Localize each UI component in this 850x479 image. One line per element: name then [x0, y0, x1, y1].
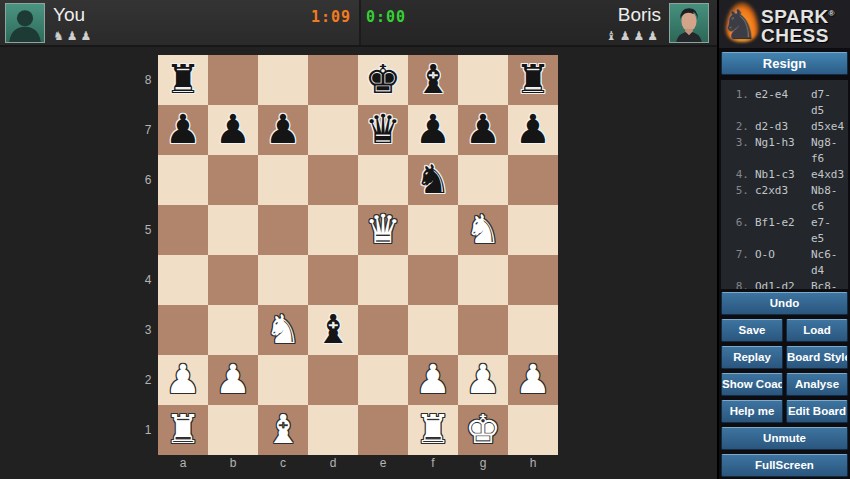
square-f4[interactable] — [408, 255, 458, 305]
square-h6[interactable] — [508, 155, 558, 205]
square-g1[interactable]: ♚ — [458, 405, 508, 455]
replay-button[interactable]: Replay — [721, 346, 783, 369]
square-d5[interactable] — [308, 205, 358, 255]
square-g5[interactable]: ♞ — [458, 205, 508, 255]
square-g2[interactable]: ♟ — [458, 355, 508, 405]
white-move: d2-d3 — [755, 119, 811, 135]
move-row-5: 5.c2xd3Nb8-c6 — [723, 183, 844, 215]
move-list[interactable]: 1.e2-e4d7-d52.d2-d3d5xe43.Ng1-h3Ng8-f64.… — [721, 80, 848, 289]
black-knight: ♞ — [408, 155, 458, 205]
black-player-panel: 0:00 Boris ♝♟♟♟ — [361, 0, 717, 45]
white-move: O-O — [755, 247, 811, 279]
black-bishop: ♝ — [308, 305, 358, 355]
move-number: 2. — [723, 119, 749, 135]
white-move: Qd1-d2 — [755, 279, 811, 289]
action-buttons: UndoSaveLoadReplayBoard StyleShow CoachA… — [719, 292, 850, 479]
black-move: Nc6-d4 — [811, 247, 844, 279]
board[interactable]: ♜♚♝♜♟♟♟♛♟♟♟♞♛♞♞♝♟♟♟♟♟♜♝♜♚ — [158, 55, 558, 455]
white-move: Ng1-h3 — [755, 135, 811, 167]
square-f2[interactable]: ♟ — [408, 355, 458, 405]
white-captured-pieces: ♞♟♟ — [53, 28, 94, 44]
save-button[interactable]: Save — [721, 319, 783, 342]
black-pawn: ♟ — [458, 105, 508, 155]
file-label-b: b — [208, 455, 258, 472]
black-player-name: Boris — [618, 3, 661, 27]
move-number: 7. — [723, 247, 749, 279]
white-knight: ♞ — [458, 205, 508, 255]
square-c5[interactable] — [258, 205, 308, 255]
rank-label-6: 6 — [138, 155, 158, 205]
file-label-f: f — [408, 455, 458, 472]
show-coach-button[interactable]: Show Coach — [721, 373, 783, 396]
rank-label-2: 2 — [138, 355, 158, 405]
rank-label-4: 4 — [138, 255, 158, 305]
file-label-g: g — [458, 455, 508, 472]
analyse-button[interactable]: Analyse — [786, 373, 848, 396]
square-f8[interactable]: ♝ — [408, 55, 458, 105]
square-c7[interactable]: ♟ — [258, 105, 308, 155]
black-pawn: ♟ — [258, 105, 308, 155]
board-style-button[interactable]: Board Style — [786, 346, 848, 369]
move-row-1: 1.e2-e4d7-d5 — [723, 87, 844, 119]
move-row-6: 6.Bf1-e2e7-e5 — [723, 215, 844, 247]
rank-labels: 87654321 — [138, 55, 158, 455]
black-player-avatar — [669, 3, 709, 43]
square-b5[interactable] — [208, 205, 258, 255]
black-move: d7-d5 — [811, 87, 844, 119]
rank-label-7: 7 — [138, 105, 158, 155]
square-e5[interactable]: ♛ — [358, 205, 408, 255]
square-d6[interactable] — [308, 155, 358, 205]
square-h5[interactable] — [508, 205, 558, 255]
black-rook: ♜ — [158, 55, 208, 105]
edit-board-button[interactable]: Edit Board — [786, 400, 848, 423]
white-player-avatar — [5, 3, 45, 43]
square-e8[interactable]: ♚ — [358, 55, 408, 105]
rank-label-3: 3 — [138, 305, 158, 355]
square-d7[interactable] — [308, 105, 358, 155]
main-area: You ♞♟♟ 1:09 0:00 Boris ♝♟♟♟ — [0, 0, 717, 479]
square-a2[interactable]: ♟ — [158, 355, 208, 405]
square-a4[interactable] — [158, 255, 208, 305]
white-pawn: ♟ — [458, 355, 508, 405]
boris-portrait-icon — [670, 4, 708, 42]
square-h2[interactable]: ♟ — [508, 355, 558, 405]
square-a1[interactable]: ♜ — [158, 405, 208, 455]
white-player-name: You — [53, 3, 94, 27]
square-f3[interactable] — [408, 305, 458, 355]
square-b8[interactable] — [208, 55, 258, 105]
unmute-button[interactable]: Unmute — [721, 427, 848, 450]
white-player-panel: You ♞♟♟ 1:09 — [0, 0, 361, 45]
square-b7[interactable]: ♟ — [208, 105, 258, 155]
square-g6[interactable] — [458, 155, 508, 205]
white-move: e2-e4 — [755, 87, 811, 119]
white-king: ♚ — [458, 405, 508, 455]
white-move: Bf1-e2 — [755, 215, 811, 247]
square-e2[interactable] — [358, 355, 408, 405]
black-rook: ♜ — [508, 55, 558, 105]
square-a3[interactable] — [158, 305, 208, 355]
square-d1[interactable] — [308, 405, 358, 455]
file-label-c: c — [258, 455, 308, 472]
help-me-button[interactable]: Help me — [721, 400, 783, 423]
square-f1[interactable]: ♜ — [408, 405, 458, 455]
square-h4[interactable] — [508, 255, 558, 305]
square-b2[interactable]: ♟ — [208, 355, 258, 405]
move-row-4: 4.Nb1-c3e4xd3 — [723, 167, 844, 183]
move-number: 3. — [723, 135, 749, 167]
square-e6[interactable] — [358, 155, 408, 205]
square-c6[interactable] — [258, 155, 308, 205]
square-d8[interactable] — [308, 55, 358, 105]
black-king: ♚ — [358, 55, 408, 105]
logo-text: SPARK® CHESS — [761, 4, 835, 45]
file-label-a: a — [158, 455, 208, 472]
square-g7[interactable]: ♟ — [458, 105, 508, 155]
white-pawn: ♟ — [408, 355, 458, 405]
file-label-e: e — [358, 455, 408, 472]
black-player-info: Boris ♝♟♟♟ — [606, 3, 661, 44]
square-c8[interactable] — [258, 55, 308, 105]
square-d2[interactable] — [308, 355, 358, 405]
black-pawn: ♟ — [508, 105, 558, 155]
square-c2[interactable] — [258, 355, 308, 405]
logo-line2: CHESS — [761, 25, 829, 46]
square-e7[interactable]: ♛ — [358, 105, 408, 155]
square-g3[interactable] — [458, 305, 508, 355]
resign-button[interactable]: Resign — [721, 52, 848, 75]
square-b4[interactable] — [208, 255, 258, 305]
square-b1[interactable] — [208, 405, 258, 455]
white-move: Nb1-c3 — [755, 167, 811, 183]
square-f7[interactable]: ♟ — [408, 105, 458, 155]
square-a7[interactable]: ♟ — [158, 105, 208, 155]
load-button[interactable]: Load — [786, 319, 848, 342]
move-number: 4. — [723, 167, 749, 183]
square-a8[interactable]: ♜ — [158, 55, 208, 105]
black-pawn: ♟ — [408, 105, 458, 155]
rank-label-8: 8 — [138, 55, 158, 105]
white-move: c2xd3 — [755, 183, 811, 215]
player-bar: You ♞♟♟ 1:09 0:00 Boris ♝♟♟♟ — [0, 0, 717, 47]
knight-logo-icon: ♞ — [721, 1, 757, 47]
black-clock: 0:00 — [366, 8, 406, 26]
black-captured-pieces: ♝♟♟♟ — [606, 28, 661, 44]
move-number: 8. — [723, 279, 749, 289]
move-row-8: 8.Qd1-d2Bc8-f5 — [723, 279, 844, 289]
sparkchess-app: You ♞♟♟ 1:09 0:00 Boris ♝♟♟♟ — [0, 0, 850, 479]
square-g8[interactable] — [458, 55, 508, 105]
sidebar: ♞ SPARK® CHESS Resign 1.e2-e4d7-d52.d2-d… — [717, 0, 850, 479]
move-row-3: 3.Ng1-h3Ng8-f6 — [723, 135, 844, 167]
square-c4[interactable] — [258, 255, 308, 305]
white-rook: ♜ — [158, 405, 208, 455]
fullscreen-button[interactable]: FullScreen — [721, 454, 848, 477]
registered-mark: ® — [829, 9, 835, 18]
square-f5[interactable] — [408, 205, 458, 255]
white-clock: 1:09 — [311, 8, 351, 26]
file-labels: abcdefgh — [158, 455, 558, 472]
person-silhouette-icon — [6, 4, 44, 42]
square-h3[interactable] — [508, 305, 558, 355]
square-b6[interactable] — [208, 155, 258, 205]
black-move: e7-e5 — [811, 215, 844, 247]
move-number: 6. — [723, 215, 749, 247]
white-player-info: You ♞♟♟ — [53, 3, 94, 44]
move-row-2: 2.d2-d3d5xe4 — [723, 119, 844, 135]
move-number: 5. — [723, 183, 749, 215]
move-number: 1. — [723, 87, 749, 119]
white-knight: ♞ — [258, 305, 308, 355]
square-e3[interactable] — [358, 305, 408, 355]
square-f6[interactable]: ♞ — [408, 155, 458, 205]
square-e1[interactable] — [358, 405, 408, 455]
square-c1[interactable]: ♝ — [258, 405, 308, 455]
logo-line1: SPARK — [761, 6, 829, 27]
black-move: Nb8-c6 — [811, 183, 844, 215]
black-pawn: ♟ — [158, 105, 208, 155]
black-queen: ♛ — [358, 105, 408, 155]
square-c3[interactable]: ♞ — [258, 305, 308, 355]
square-g4[interactable] — [458, 255, 508, 305]
black-move: d5xe4 — [811, 119, 844, 135]
square-h8[interactable]: ♜ — [508, 55, 558, 105]
white-rook: ♜ — [408, 405, 458, 455]
black-move: Ng8-f6 — [811, 135, 844, 167]
undo-button[interactable]: Undo — [721, 292, 848, 315]
rank-label-5: 5 — [138, 205, 158, 255]
file-label-d: d — [308, 455, 358, 472]
black-pawn: ♟ — [208, 105, 258, 155]
rank-label-1: 1 — [138, 405, 158, 455]
white-pawn: ♟ — [208, 355, 258, 405]
black-move: e4xd3 — [811, 167, 844, 183]
square-a5[interactable] — [158, 205, 208, 255]
sparkchess-logo: ♞ SPARK® CHESS — [719, 0, 850, 48]
file-label-h: h — [508, 455, 558, 472]
square-b3[interactable] — [208, 305, 258, 355]
white-pawn: ♟ — [158, 355, 208, 405]
square-d4[interactable] — [308, 255, 358, 305]
square-h7[interactable]: ♟ — [508, 105, 558, 155]
white-pawn: ♟ — [508, 355, 558, 405]
black-bishop: ♝ — [408, 55, 458, 105]
move-row-7: 7.O-ONc6-d4 — [723, 247, 844, 279]
white-bishop: ♝ — [258, 405, 308, 455]
black-move: Bc8-f5 — [811, 279, 844, 289]
square-h1[interactable] — [508, 405, 558, 455]
square-a6[interactable] — [158, 155, 208, 205]
board-section: 87654321 ♜♚♝♜♟♟♟♛♟♟♟♞♛♞♞♝♟♟♟♟♟♜♝♜♚ abcde… — [138, 55, 558, 472]
white-queen: ♛ — [358, 205, 408, 255]
square-d3[interactable]: ♝ — [308, 305, 358, 355]
square-e4[interactable] — [358, 255, 408, 305]
